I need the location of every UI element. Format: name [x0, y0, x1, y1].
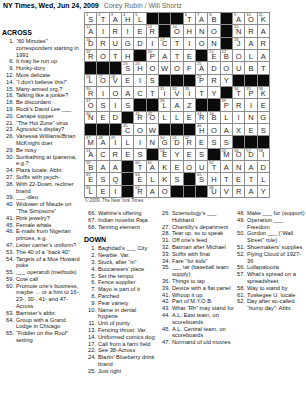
grid-cell-r14c12[interactable]: T: [221, 173, 233, 185]
grid-cell-r6c3[interactable]: 28V: [110, 75, 122, 87]
black-cell-r2c12: [221, 25, 233, 37]
clue-text: Tanning element: [98, 224, 157, 231]
grid-cell-r12c7[interactable]: 54E: [159, 149, 171, 161]
clue-text: Many-armed org.?: [16, 86, 83, 93]
grid-cell-r6c5[interactable]: I: [134, 75, 146, 87]
clue-text: Buccaneers’ place: [98, 266, 157, 273]
cell-letter: E: [258, 102, 269, 110]
grid-cell-r15c5[interactable]: 67R: [134, 186, 146, 198]
clue-number: 54.: [2, 256, 14, 270]
grid-cell-r3c14[interactable]: A: [245, 38, 257, 50]
grid-cell-r12c3[interactable]: R: [110, 149, 122, 161]
grid-cell-r11c11[interactable]: S: [208, 136, 220, 148]
grid-cell-r7c4[interactable]: A: [122, 87, 134, 99]
grid-cell-r8c4[interactable]: S: [122, 99, 134, 111]
grid-cell-r3c9[interactable]: I: [184, 38, 196, 50]
clue-text: ___ operandi (methods): [16, 269, 83, 276]
grid-cell-r6c12[interactable]: Y: [221, 75, 233, 87]
down-clue-3: 3.Stuck, after “in”: [84, 259, 157, 266]
across-clue-41: 41.Rink jewelry?: [2, 215, 83, 222]
grid-cell-r8c9[interactable]: Z: [184, 99, 196, 111]
cell-letter: A: [147, 164, 158, 172]
grid-cell-r14c6[interactable]: L: [147, 173, 159, 185]
grid-cell-r7c13[interactable]: 34T: [233, 87, 245, 99]
cell-letter: K: [258, 90, 269, 98]
clue-number: 43.: [158, 305, 170, 312]
grid-cell-r11c10[interactable]: E: [196, 136, 208, 148]
cell-letter: R: [97, 40, 108, 48]
grid-cell-r11c6[interactable]: N: [147, 136, 159, 148]
grid-cell-r12c8[interactable]: Y: [171, 149, 183, 161]
grid-cell-r11c5[interactable]: I: [134, 136, 146, 148]
black-cell-r15c8: [171, 186, 183, 198]
grid-cell-r5c8[interactable]: O: [171, 62, 183, 74]
across-clue-40: 40.Widower of Maude on “The Simpsons”: [2, 201, 83, 215]
cell-letter: S: [196, 176, 207, 184]
across-clue-26: 26.Vanessa Williams/Brian McKnight duet: [2, 133, 83, 147]
grid-cell-r9c9[interactable]: E: [184, 112, 196, 124]
clue-column-c: 48.Make ___ for (support)49.Operation __…: [233, 210, 305, 312]
clue-number: 41.: [158, 292, 170, 299]
grid-cell-r13c9[interactable]: O: [184, 161, 196, 173]
grid-cell-r3c8[interactable]: T: [171, 38, 183, 50]
grid-cell-r9c6[interactable]: 42O: [147, 112, 159, 124]
cell-letter: B: [85, 164, 96, 172]
grid-cell-r4c12[interactable]: 22B: [221, 50, 233, 62]
grid-cell-r8c3[interactable]: I: [110, 99, 122, 111]
grid-cell-r1c10[interactable]: 7A: [196, 13, 208, 25]
cell-letter: L: [85, 77, 96, 85]
clue-text: Batman after Michael: [172, 244, 236, 251]
cell-letter: T: [208, 164, 219, 172]
cell-letter: A: [233, 16, 244, 24]
grid-cell-r15c13[interactable]: R: [233, 186, 245, 198]
cell-letter: U: [208, 188, 219, 196]
grid-cell-r1c4[interactable]: 4H: [122, 13, 134, 25]
cell-letter: P: [147, 53, 158, 61]
grid-cell-r1c9[interactable]: 6T: [184, 13, 196, 25]
grid-cell-r10c5[interactable]: O: [134, 124, 146, 136]
grid-cell-r7c11[interactable]: Y: [208, 87, 220, 99]
grid-cell-r7c8[interactable]: 32V: [171, 87, 183, 99]
grid-cell-r1c3[interactable]: 3A: [110, 13, 122, 25]
grid-cell-r9c3[interactable]: D: [110, 112, 122, 124]
across-clue-12: 12.More delicate: [2, 72, 83, 79]
cell-letter: Y: [208, 90, 219, 98]
clue-number: 39.: [2, 194, 14, 201]
grid-cell-r3c13[interactable]: 18J: [233, 38, 245, 50]
down-clue-10: 10.Name in dental hygiene: [84, 307, 157, 321]
grid-cell-r13c13[interactable]: N: [233, 161, 245, 173]
grid-cell-r14c13[interactable]: E: [233, 173, 245, 185]
grid-cell-r9c14[interactable]: N: [245, 112, 257, 124]
grid-cell-r12c10[interactable]: S: [196, 149, 208, 161]
clue-number: 32.: [158, 244, 170, 251]
grid-cell-r6c10[interactable]: 29P: [196, 75, 208, 87]
grid-cell-r2c3[interactable]: R: [110, 25, 122, 37]
grid-cell-r10c11[interactable]: O: [208, 124, 220, 136]
grid-cell-r9c8[interactable]: L: [171, 112, 183, 124]
grid-cell-r15c6[interactable]: A: [147, 186, 159, 198]
cell-letter: N: [85, 114, 96, 122]
clue-text: Canapé topper: [16, 113, 83, 120]
grid-cell-r4c8[interactable]: T: [171, 50, 183, 62]
grid-cell-r2c15[interactable]: A: [258, 25, 270, 37]
clue-text: Scientology’s ___ Hubbard: [172, 210, 236, 224]
grid-cell-r15c15[interactable]: Y: [258, 186, 270, 198]
cell-letter: G: [159, 139, 170, 147]
clue-number: 20.: [2, 113, 14, 120]
grid-cell-r9c11[interactable]: 44B: [208, 112, 220, 124]
cell-letter: P: [196, 77, 207, 85]
clue-number: 9.: [2, 65, 14, 72]
down-clue-28: 28.Tear up, so to speak: [158, 230, 236, 237]
grid-cell-r14c15[interactable]: L: [258, 173, 270, 185]
cell-letter: A: [245, 40, 256, 48]
clue-text: It may be run up: [16, 58, 83, 65]
grid-cell-r14c8[interactable]: S: [171, 173, 183, 185]
across-clue-30: 30.Sunbathing at Ipanema, e.g.?: [2, 154, 83, 168]
grid-cell-r4c7[interactable]: A: [159, 50, 171, 62]
grid-cell-r8c14[interactable]: I: [245, 99, 257, 111]
grid-cell-r13c11[interactable]: 62T: [208, 161, 220, 173]
grid-cell-r2c13[interactable]: 15N: [233, 25, 245, 37]
grid-cell-r12c13[interactable]: 56O: [233, 149, 245, 161]
across-clue-16: 16.Talking like a junkie?: [2, 92, 83, 99]
clue-number: 28.: [158, 230, 170, 237]
cell-letter: O: [245, 16, 256, 24]
cell-letter: E: [85, 176, 96, 184]
clue-text: Unit of purity: [98, 320, 157, 327]
across-clue-63: 63.Barrister’s abbr.: [2, 310, 83, 317]
grid-cell-r10c4[interactable]: 45C: [122, 124, 134, 136]
cell-letter: H: [134, 65, 145, 73]
clue-number: 15.: [2, 86, 14, 93]
clue-text: A.L. East team, on scoreboards: [172, 312, 236, 326]
grid-cell-r14c14[interactable]: T: [245, 173, 257, 185]
grid-cell-r3c3[interactable]: U: [110, 38, 122, 50]
grid-cell-r10c15[interactable]: S: [258, 124, 270, 136]
cell-letter: S: [97, 102, 108, 110]
grid-cell-r10c6[interactable]: W: [147, 124, 159, 136]
grid-cell-r4c13[interactable]: O: [233, 50, 245, 62]
grid-cell-r5c13[interactable]: U: [233, 62, 245, 74]
clue-column-a: 66.Wahine’s offering67.Indian novelist R…: [84, 210, 157, 375]
clue-number: 51.: [233, 244, 245, 251]
grid-cell-r12c2[interactable]: C: [97, 149, 109, 161]
grid-cell-r14c5[interactable]: 64E: [134, 173, 146, 185]
grid-cell-r8c7[interactable]: 38L: [159, 99, 171, 111]
grid-cell-r2c5[interactable]: E: [134, 25, 146, 37]
grid-cell-r15c3[interactable]: I: [110, 186, 122, 198]
grid-cell-r1c15[interactable]: 11K: [258, 13, 270, 25]
across-clues-column: ACROSS 1.“60 Minutes” correspondent star…: [2, 29, 83, 344]
grid-cell-r15c1[interactable]: 66L: [85, 186, 97, 198]
grid-cell-r13c7[interactable]: K: [159, 161, 171, 173]
grid-cell-r15c14[interactable]: A: [245, 186, 257, 198]
grid-cell-r2c2[interactable]: I: [97, 25, 109, 37]
cell-letter: T: [171, 40, 182, 48]
grid-cell-r14c2[interactable]: S: [97, 173, 109, 185]
grid-cell-r5c10[interactable]: 25A: [196, 62, 208, 74]
cell-letter: A: [110, 164, 121, 172]
cell-letter: I: [233, 114, 244, 122]
across-clue-53: 53.The 40 of a “back 40”: [2, 249, 83, 256]
grid-cell-r14c10[interactable]: 65S: [196, 173, 208, 185]
grid-cell-r9c2[interactable]: E: [97, 112, 109, 124]
grid-cell-r9c15[interactable]: G: [258, 112, 270, 124]
grid-cell-r4c6[interactable]: 20P: [147, 50, 159, 62]
across-header: ACROSS: [2, 29, 83, 37]
across-clue-47: 47.Letter carrier’s uniform?: [2, 242, 83, 249]
clue-text: Promote one’s business, maybe … or a hin…: [16, 283, 83, 310]
clue-text: Talking like a junkie?: [16, 92, 83, 99]
grid-cell-r5c7[interactable]: W: [159, 62, 171, 74]
grid-cell-r4c2[interactable]: O: [97, 50, 109, 62]
black-cell-r2c7: [159, 25, 171, 37]
grid-cell-r3c5[interactable]: D: [134, 38, 146, 50]
clue-number: 16.: [2, 92, 14, 99]
cell-letter: W: [147, 127, 158, 135]
cell-letter: O: [208, 127, 219, 135]
clue-number: 47.: [158, 339, 170, 346]
grid-cell-r12c12[interactable]: 55M: [221, 149, 233, 161]
grid-cell-r5c15[interactable]: T: [258, 62, 270, 74]
grid-cell-r14c11[interactable]: H: [208, 173, 220, 185]
grid-cell-r2c1[interactable]: 12A: [85, 25, 97, 37]
grid-cell-r3c4[interactable]: G: [122, 38, 134, 50]
grid-cell-r9c1[interactable]: 40N: [85, 112, 97, 124]
grid-cell-r7c2[interactable]: I: [97, 87, 109, 99]
cell-letter: H: [196, 127, 207, 135]
grid-cell-r1c14[interactable]: 10O: [245, 13, 257, 25]
cell-letter: L: [122, 139, 133, 147]
grid-cell-r6c4[interactable]: E: [122, 75, 134, 87]
clue-number: 45.: [2, 222, 14, 229]
grid-cell-r6c2[interactable]: 27O: [97, 75, 109, 87]
grid-cell-r3c7[interactable]: 17C: [159, 38, 171, 50]
grid-cell-r4c15[interactable]: A: [258, 50, 270, 62]
grid-cell-r13c14[interactable]: A: [245, 161, 257, 173]
copyright-line: © 2009, The New York Times: [85, 198, 143, 203]
down-clue-43: 43.What “Rh” may stand for: [158, 305, 236, 312]
cell-letter: D: [245, 151, 256, 159]
cell-letter: N: [196, 28, 207, 36]
grid-cell-r13c15[interactable]: D: [258, 161, 270, 173]
cell-letter: I: [258, 151, 269, 159]
grid-cell-r7c6[interactable]: T: [147, 87, 159, 99]
grid-cell-r4c3[interactable]: T: [110, 50, 122, 62]
grid-cell-r13c3[interactable]: A: [110, 161, 122, 173]
clue-text: Flying Cloud of 1927-36: [247, 251, 305, 265]
grid-cell-r5c5[interactable]: 24H: [134, 62, 146, 74]
clue-number: 31.: [158, 237, 170, 244]
grid-cell-r3c10[interactable]: O: [196, 38, 208, 50]
grid-cell-r5c12[interactable]: O: [221, 62, 233, 74]
grid-cell-r7c3[interactable]: O: [110, 87, 122, 99]
grid-cell-r13c12[interactable]: A: [221, 161, 233, 173]
across-clue-38: 38.With 22-Down, recliner brand: [2, 181, 83, 195]
clue-number: 34.: [158, 258, 170, 265]
clue-number: 4.: [84, 266, 96, 273]
grid-cell-r14c7[interactable]: K: [159, 173, 171, 185]
grid-cell-r3c2[interactable]: R: [97, 38, 109, 50]
grid-cell-r2c10[interactable]: N: [196, 25, 208, 37]
clue-number: 7.: [84, 286, 96, 293]
grid-cell-r5c9[interactable]: F: [184, 62, 196, 74]
grid-cell-r1c11[interactable]: 8B: [208, 13, 220, 25]
grid-cell-r13c6[interactable]: 61A: [147, 161, 159, 173]
across-clue-39: 39.___-dieu: [2, 194, 83, 201]
grid-cell-r12c14[interactable]: 57D: [245, 149, 257, 161]
grid-cell-r2c8[interactable]: 14O: [171, 25, 183, 37]
across-clue-6: 6.It may be run up: [2, 58, 83, 65]
grid-cell-r4c14[interactable]: L: [245, 50, 257, 62]
cell-letter: O: [147, 114, 158, 122]
grid-cell-r11c8[interactable]: 51D: [171, 136, 183, 148]
black-cell-r5c1: [85, 62, 97, 74]
grid-cell-r7c5[interactable]: C: [134, 87, 146, 99]
grid-cell-r5c6[interactable]: O: [147, 62, 159, 74]
clue-number: 17.: [84, 341, 96, 348]
clue-number: 33.: [158, 251, 170, 258]
down-clue-35: 35.___ tar (baseball team supply): [158, 264, 236, 278]
grid-cell-r8c2[interactable]: S: [97, 99, 109, 111]
grid-cell-r6c11[interactable]: R: [208, 75, 220, 87]
grid-cell-r10c12[interactable]: A: [221, 124, 233, 136]
cell-letter: S: [171, 176, 182, 184]
grid-cell-r8c1[interactable]: 37O: [85, 99, 97, 111]
grid-cell-r12c15[interactable]: 58I: [258, 149, 270, 161]
cell-letter: A: [258, 53, 269, 61]
grid-cell-r10c14[interactable]: E: [245, 124, 257, 136]
grid-cell-r10c13[interactable]: X: [233, 124, 245, 136]
grid-cell-r6c6[interactable]: S: [147, 75, 159, 87]
grid-cell-r13c8[interactable]: E: [171, 161, 183, 173]
grid-cell-r8c15[interactable]: E: [258, 99, 270, 111]
grid-cell-r2c9[interactable]: H: [184, 25, 196, 37]
cell-letter: E: [245, 127, 256, 135]
grid-cell-r5c4[interactable]: 23S: [122, 62, 134, 74]
grid-cell-r11c9[interactable]: 52R: [184, 136, 196, 148]
down-clue-7: 7.Mayo is part of it: [84, 286, 157, 293]
down-clue-57: 57.What’s spread on a spreadsheet: [233, 271, 305, 285]
clue-text: Fencing thrust: Var.: [98, 327, 157, 334]
across-clue-64: 64.Group with a Grand Lodge in Chicago: [2, 317, 83, 331]
clue-number: 62.: [233, 298, 245, 312]
grid-cell-r11c7[interactable]: 50G: [159, 136, 171, 148]
clue-number: 57.: [233, 271, 245, 285]
clue-text: Group with a Grand Lodge in Chicago: [16, 317, 83, 331]
clue-text: Letter carrier’s uniform?: [16, 242, 83, 249]
grid-cell-r7c10[interactable]: T: [196, 87, 208, 99]
cell-letter: N: [208, 40, 219, 48]
grid-cell-r9c13[interactable]: I: [233, 112, 245, 124]
grid-cell-r4c9[interactable]: E: [184, 50, 196, 62]
cell-letter: E: [171, 164, 182, 172]
clue-text: Name in dental hygiene: [98, 307, 157, 321]
clue-number: 3.: [84, 259, 96, 266]
grid-cell-r7c9[interactable]: 33I: [184, 87, 196, 99]
clue-text: What “Rh” may stand for: [172, 305, 236, 312]
grid-cell-r12c4[interactable]: E: [122, 149, 134, 161]
grid-cell-r8c8[interactable]: A: [171, 99, 183, 111]
cell-letter: U: [196, 164, 207, 172]
grid-cell-r11c4[interactable]: L: [122, 136, 134, 148]
cell-letter: D: [134, 40, 145, 48]
clue-text: Normand of old movies: [172, 339, 236, 346]
cell-letter: S: [134, 151, 145, 159]
grid-cell-r14c1[interactable]: 63E: [85, 173, 97, 185]
grid-cell-r12c9[interactable]: E: [184, 149, 196, 161]
grid-cell-r13c2[interactable]: A: [97, 161, 109, 173]
cell-letter: E: [97, 188, 108, 196]
cell-letter: O: [196, 40, 207, 48]
black-cell-r14c9: [184, 173, 196, 185]
grid-cell-r1c2[interactable]: 2T: [97, 13, 109, 25]
grid-cell-r5c14[interactable]: B: [245, 62, 257, 74]
clue-text: Stuck, after “in”: [98, 259, 157, 266]
grid-cell-r7c15[interactable]: 36K: [258, 87, 270, 99]
grid-cell-r4c1[interactable]: 19R: [85, 50, 97, 62]
down-clue-2: 2.Newbie: Var.: [84, 252, 157, 259]
clue-number: 44.: [158, 312, 170, 326]
cell-letter: Y: [221, 77, 232, 85]
grid-cell-r8c13[interactable]: R: [233, 99, 245, 111]
clue-number: 36.: [158, 278, 170, 285]
grid-cell-r7c14[interactable]: 35P: [245, 87, 257, 99]
grid-cell-r15c7[interactable]: O: [159, 186, 171, 198]
clue-number: 38.: [2, 181, 14, 195]
cell-letter: E: [134, 28, 145, 36]
across-clue-list: 1.“60 Minutes” correspondent starting in…: [2, 38, 83, 344]
black-cell-r15c9: [184, 186, 196, 198]
grid-cell-r14c3[interactable]: Q: [110, 173, 122, 185]
clue-number: 30.: [2, 154, 14, 168]
across-clue-14: 14.“I don’t believe this!”: [2, 79, 83, 86]
grid-cell-r9c12[interactable]: L: [221, 112, 233, 124]
clue-text: More delicate: [16, 72, 83, 79]
down-clue-33: 33.Suffix with final: [158, 251, 236, 258]
grid-cell-r2c6[interactable]: 13R: [147, 25, 159, 37]
grid-cell-r11c3[interactable]: 49I: [110, 136, 122, 148]
grid-cell-r15c11[interactable]: 68U: [208, 186, 220, 198]
grid-cell-r15c2[interactable]: E: [97, 186, 109, 198]
clue-number: 21.: [2, 120, 14, 127]
grid-cell-r2c14[interactable]: R: [245, 25, 257, 37]
grid-cell-r9c5[interactable]: 41R: [134, 112, 146, 124]
grid-cell-r5c11[interactable]: D: [208, 62, 220, 74]
clue-number: 26.: [2, 133, 14, 147]
down-clue-52: 52.Flying Cloud of 1927-36: [233, 251, 305, 265]
grid-cell-r3c15[interactable]: R: [258, 38, 270, 50]
grid-cell-r15c12[interactable]: V: [221, 186, 233, 198]
grid-cell-r11c12[interactable]: S: [221, 136, 233, 148]
grid-cell-r2c4[interactable]: I: [122, 25, 134, 37]
grid-cell-r8c12[interactable]: 39P: [221, 99, 233, 111]
cell-letter: S: [122, 102, 133, 110]
grid-cell-r10c10[interactable]: 46H: [196, 124, 208, 136]
grid-cell-r4c11[interactable]: 21E: [208, 50, 220, 62]
grid-cell-r9c7[interactable]: L: [159, 112, 171, 124]
grid-cell-r1c5[interactable]: 5L: [134, 13, 146, 25]
down-clue-24: 24.Blazin’ Blueberry drink brand: [84, 354, 157, 368]
grid-cell-r11c1[interactable]: 47M: [85, 136, 97, 148]
clue-text: “I don’t believe this!”: [16, 79, 83, 86]
grid-cell-r2c11[interactable]: O: [208, 25, 220, 37]
cell-letter: I: [97, 28, 108, 36]
grid-cell-r11c2[interactable]: 48A: [97, 136, 109, 148]
